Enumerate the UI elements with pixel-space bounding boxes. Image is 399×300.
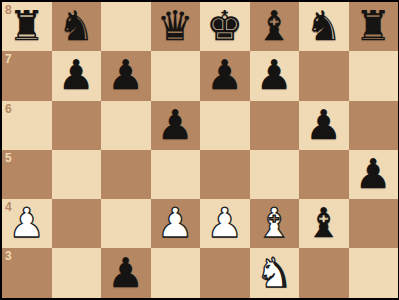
piece-black-king-e8: ♚ — [206, 2, 243, 51]
piece-white-bishop-f4: ♝ — [256, 199, 293, 248]
square-e4[interactable]: ♟ — [200, 199, 250, 248]
square-g3[interactable] — [299, 248, 349, 297]
piece-black-pawn-c7: ♟ — [107, 51, 144, 100]
square-b7[interactable]: ♟ — [52, 51, 102, 100]
square-f6[interactable] — [250, 101, 300, 150]
piece-black-bishop-f8: ♝ — [256, 2, 293, 51]
square-h7[interactable] — [349, 51, 399, 100]
square-a4[interactable]: 4♟ — [2, 199, 52, 248]
rank-label-4: 4 — [5, 200, 12, 214]
piece-black-pawn-b7: ♟ — [58, 51, 95, 100]
square-e8[interactable]: ♚ — [200, 2, 250, 51]
square-e5[interactable] — [200, 150, 250, 199]
rank-label-8: 8 — [5, 3, 12, 17]
square-c5[interactable] — [101, 150, 151, 199]
chess-board: 8♜♞♛♚♝♞♜7♟♟♟♟6♟♟5♟4♟♟♟♝♝3♟♞ — [2, 2, 398, 298]
rank-label-7: 7 — [5, 52, 12, 66]
square-d6[interactable]: ♟ — [151, 101, 201, 150]
piece-white-pawn-a4: ♟ — [8, 199, 45, 248]
square-e3[interactable] — [200, 248, 250, 297]
piece-white-knight-f3: ♞ — [256, 249, 293, 298]
square-e6[interactable] — [200, 101, 250, 150]
piece-black-pawn-e7: ♟ — [206, 51, 243, 100]
piece-black-queen-d8: ♛ — [157, 2, 194, 51]
square-h4[interactable] — [349, 199, 399, 248]
square-d8[interactable]: ♛ — [151, 2, 201, 51]
square-c4[interactable] — [101, 199, 151, 248]
square-h3[interactable] — [349, 248, 399, 297]
square-a6[interactable]: 6 — [2, 101, 52, 150]
square-d3[interactable] — [151, 248, 201, 297]
piece-black-rook-h8: ♜ — [355, 2, 392, 51]
piece-black-pawn-h5: ♟ — [355, 150, 392, 199]
square-e7[interactable]: ♟ — [200, 51, 250, 100]
square-g5[interactable] — [299, 150, 349, 199]
square-b3[interactable] — [52, 248, 102, 297]
piece-black-pawn-g6: ♟ — [305, 101, 342, 150]
square-g4[interactable]: ♝ — [299, 199, 349, 248]
square-a3[interactable]: 3 — [2, 248, 52, 297]
square-a8[interactable]: 8♜ — [2, 2, 52, 51]
piece-black-pawn-d6: ♟ — [157, 101, 194, 150]
chess-app-screen: 8♜♞♛♚♝♞♜7♟♟♟♟6♟♟5♟4♟♟♟♝♝3♟♞ — [0, 0, 399, 300]
square-c6[interactable] — [101, 101, 151, 150]
square-d5[interactable] — [151, 150, 201, 199]
piece-white-pawn-d4: ♟ — [157, 199, 194, 248]
square-f4[interactable]: ♝ — [250, 199, 300, 248]
square-f5[interactable] — [250, 150, 300, 199]
square-g8[interactable]: ♞ — [299, 2, 349, 51]
square-f8[interactable]: ♝ — [250, 2, 300, 51]
piece-white-pawn-e4: ♟ — [206, 199, 243, 248]
square-h6[interactable] — [349, 101, 399, 150]
square-b5[interactable] — [52, 150, 102, 199]
piece-black-knight-g8: ♞ — [305, 2, 342, 51]
square-a5[interactable]: 5 — [2, 150, 52, 199]
square-b8[interactable]: ♞ — [52, 2, 102, 51]
square-h5[interactable]: ♟ — [349, 150, 399, 199]
square-a7[interactable]: 7 — [2, 51, 52, 100]
square-b6[interactable] — [52, 101, 102, 150]
square-d7[interactable] — [151, 51, 201, 100]
piece-black-knight-b8: ♞ — [58, 2, 95, 51]
piece-black-bishop-g4: ♝ — [305, 199, 342, 248]
square-c3[interactable]: ♟ — [101, 248, 151, 297]
rank-label-3: 3 — [5, 249, 12, 263]
rank-label-5: 5 — [5, 151, 12, 165]
piece-black-rook-a8: ♜ — [8, 2, 45, 51]
square-f7[interactable]: ♟ — [250, 51, 300, 100]
square-d4[interactable]: ♟ — [151, 199, 201, 248]
piece-black-pawn-c3: ♟ — [107, 249, 144, 298]
square-h8[interactable]: ♜ — [349, 2, 399, 51]
square-f3[interactable]: ♞ — [250, 248, 300, 297]
square-b4[interactable] — [52, 199, 102, 248]
square-g6[interactable]: ♟ — [299, 101, 349, 150]
rank-label-6: 6 — [5, 102, 12, 116]
square-c7[interactable]: ♟ — [101, 51, 151, 100]
square-c8[interactable] — [101, 2, 151, 51]
piece-black-pawn-f7: ♟ — [256, 51, 293, 100]
square-g7[interactable] — [299, 51, 349, 100]
